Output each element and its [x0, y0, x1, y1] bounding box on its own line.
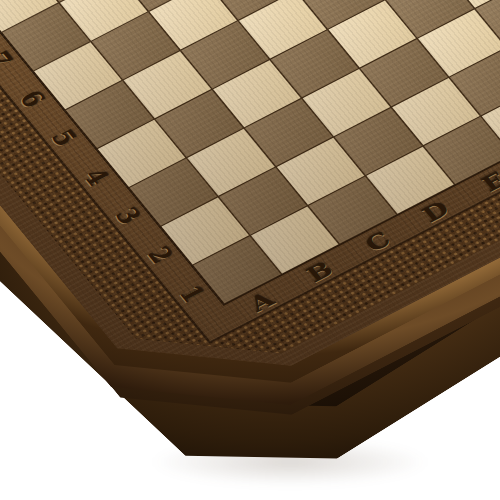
chessboard-photo: 12345678ABCDEFGH — [0, 0, 500, 500]
